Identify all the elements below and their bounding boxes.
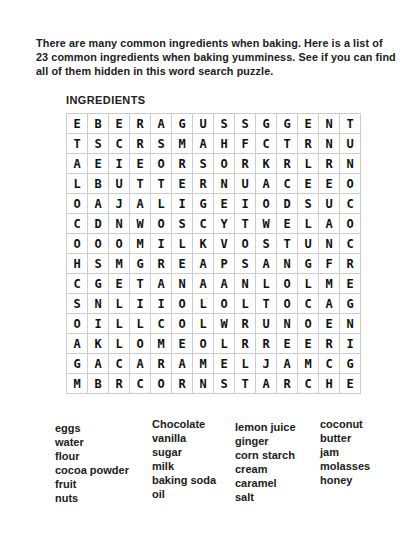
grid-cell[interactable]: N (319, 114, 339, 133)
grid-cell[interactable]: D (277, 194, 297, 213)
grid-cell[interactable]: B (88, 114, 108, 133)
grid-cell[interactable]: G (88, 274, 108, 293)
grid-cell[interactable]: R (151, 254, 171, 273)
grid-cell[interactable]: E (67, 114, 87, 133)
grid-cell[interactable]: E (340, 374, 360, 393)
grid-cell[interactable]: I (151, 294, 171, 313)
grid-cell[interactable]: O (172, 314, 192, 333)
grid-cell[interactable]: L (172, 234, 192, 253)
grid-cell[interactable]: E (340, 274, 360, 293)
grid-cell[interactable]: M (109, 254, 129, 273)
grid-cell[interactable]: O (67, 314, 87, 333)
grid-cell[interactable]: S (172, 214, 192, 233)
grid-cell[interactable]: M (172, 134, 192, 153)
grid-cell[interactable]: L (298, 154, 318, 173)
grid-cell[interactable]: M (319, 274, 339, 293)
grid-cell[interactable]: O (193, 334, 213, 353)
grid-cell[interactable]: L (193, 314, 213, 333)
grid-cell[interactable]: J (256, 354, 276, 373)
word-item: baking soda (152, 473, 216, 487)
grid-cell[interactable]: A (193, 274, 213, 293)
grid-cell[interactable]: N (88, 294, 108, 313)
grid-cell[interactable]: C (193, 214, 213, 233)
word-item: Chocolate (152, 417, 216, 431)
grid-cell[interactable]: O (67, 194, 87, 213)
grid-cell[interactable]: S (214, 114, 234, 133)
grid-cell[interactable]: C (277, 174, 297, 193)
grid-cell[interactable]: R (235, 154, 255, 173)
grid-cell[interactable]: R (172, 374, 192, 393)
grid-cell[interactable]: V (214, 234, 234, 253)
grid-cell[interactable]: A (88, 194, 108, 213)
grid-cell[interactable]: U (256, 314, 276, 333)
grid-cell[interactable]: I (340, 334, 360, 353)
grid-cell[interactable]: G (298, 254, 318, 273)
grid-cell[interactable]: T (67, 134, 87, 153)
grid-cell[interactable]: H (67, 254, 87, 273)
grid-cell[interactable]: T (277, 234, 297, 253)
grid-cell[interactable]: T (277, 134, 297, 153)
grid-cell[interactable]: A (319, 294, 339, 313)
grid-cell[interactable]: M (130, 234, 150, 253)
grid-cell[interactable]: L (193, 294, 213, 313)
grid-cell[interactable]: S (298, 194, 318, 213)
grid-cell[interactable]: G (172, 114, 192, 133)
grid-cell[interactable]: L (151, 194, 171, 213)
grid-cell[interactable]: R (298, 134, 318, 153)
grid-cell[interactable]: C (130, 374, 150, 393)
grid-cell[interactable]: N (193, 374, 213, 393)
word-item: butter (320, 431, 370, 445)
intro-line: 23 common ingredients when baking yummin… (36, 50, 396, 64)
grid-cell[interactable]: A (88, 354, 108, 373)
grid-cell[interactable]: E (298, 174, 318, 193)
grid-cell[interactable]: O (130, 334, 150, 353)
grid-cell[interactable]: O (277, 294, 297, 313)
grid-cell[interactable]: R (340, 254, 360, 273)
grid-cell[interactable]: A (67, 334, 87, 353)
grid-cell[interactable]: I (151, 234, 171, 253)
intro-line: There are many common ingredients when b… (36, 36, 396, 50)
grid-cell[interactable]: E (298, 334, 318, 353)
grid-cell[interactable]: E (319, 314, 339, 333)
grid-cell[interactable]: N (277, 254, 297, 273)
word-list-column-1: eggswaterflourcocoa powderfruitnuts (55, 421, 129, 505)
grid-cell[interactable]: C (298, 294, 318, 313)
grid-cell[interactable]: W (256, 214, 276, 233)
word-item: vanilla (152, 431, 216, 445)
grid-cell[interactable]: O (109, 234, 129, 253)
grid-cell[interactable]: R (256, 334, 276, 353)
grid-cell[interactable]: R (109, 374, 129, 393)
grid-cell[interactable]: U (193, 114, 213, 133)
grid-cell[interactable]: N (319, 234, 339, 253)
grid-cell[interactable]: K (193, 234, 213, 253)
word-item: coconut (320, 417, 370, 431)
grid-cell[interactable]: A (277, 354, 297, 373)
grid-cell[interactable]: E (130, 154, 150, 173)
grid-cell[interactable]: C (319, 354, 339, 373)
word-list-column-3: lemon juicegingercorn starchcreamcaramel… (235, 420, 296, 504)
grid-cell[interactable]: T (130, 274, 150, 293)
grid-cell[interactable]: N (214, 174, 234, 193)
grid-cell[interactable]: O (340, 174, 360, 193)
grid-cell[interactable]: C (151, 314, 171, 333)
grid-cell[interactable]: L (256, 274, 276, 293)
intro-text: There are many common ingredients when b… (36, 36, 396, 78)
grid-cell[interactable]: G (277, 114, 297, 133)
grid-cell[interactable]: A (256, 254, 276, 273)
grid-cell[interactable]: L (235, 294, 255, 313)
grid-cell[interactable]: F (235, 134, 255, 153)
grid-cell[interactable]: R (277, 374, 297, 393)
word-item: milk (152, 459, 216, 473)
grid-cell[interactable]: H (214, 134, 234, 153)
grid-cell[interactable]: L (109, 294, 129, 313)
grid-cell[interactable]: S (256, 234, 276, 253)
grid-cell[interactable]: K (88, 334, 108, 353)
grid-cell[interactable]: E (277, 214, 297, 233)
grid-cell[interactable]: Y (214, 214, 234, 233)
grid-cell[interactable]: I (109, 154, 129, 173)
grid-cell[interactable]: M (67, 374, 87, 393)
grid-cell[interactable]: E (172, 334, 192, 353)
grid-cell[interactable]: S (193, 154, 213, 173)
grid-cell[interactable]: C (109, 134, 129, 153)
grid-cell[interactable]: R (319, 154, 339, 173)
grid-cell[interactable]: T (340, 114, 360, 133)
grid-cell[interactable]: G (67, 354, 87, 373)
grid-cell[interactable]: I (235, 194, 255, 213)
grid-cell[interactable]: N (109, 214, 129, 233)
grid-cell[interactable]: U (340, 134, 360, 153)
word-item: cream (235, 462, 296, 476)
grid-cell[interactable]: O (214, 294, 234, 313)
grid-cell[interactable]: E (88, 154, 108, 173)
grid-cell[interactable]: E (172, 174, 192, 193)
grid-cell[interactable]: R (172, 154, 192, 173)
grid-cell[interactable]: A (214, 274, 234, 293)
grid-cell[interactable]: W (214, 314, 234, 333)
grid-cell[interactable]: E (277, 334, 297, 353)
grid-cell[interactable]: R (193, 174, 213, 193)
grid-cell[interactable]: A (319, 214, 339, 233)
grid-cell[interactable]: L (298, 274, 318, 293)
grid-cell[interactable]: O (151, 214, 171, 233)
word-item: sugar (152, 445, 216, 459)
word-search-grid: EBERAGUSSGGENTTSCRSMAHFCTRNUAEIEORSORKRL… (66, 113, 361, 394)
grid-cell[interactable]: L (298, 214, 318, 233)
grid-cell[interactable]: L (109, 334, 129, 353)
grid-cell[interactable]: K (256, 154, 276, 173)
grid-cell[interactable]: P (214, 254, 234, 273)
word-item: jam (320, 445, 370, 459)
word-item: cocoa powder (55, 463, 129, 477)
grid-cell[interactable]: S (88, 134, 108, 153)
grid-cell[interactable]: A (130, 354, 150, 373)
grid-cell[interactable]: R (277, 154, 297, 173)
word-item: ginger (235, 434, 296, 448)
grid-cell[interactable]: C (340, 234, 360, 253)
grid-cell[interactable]: A (67, 154, 87, 173)
grid-cell[interactable]: A (151, 114, 171, 133)
grid-cell[interactable]: G (130, 254, 150, 273)
grid-cell[interactable]: M (151, 334, 171, 353)
grid-cell[interactable]: O (256, 194, 276, 213)
grid-cell[interactable]: L (130, 314, 150, 333)
grid-cell[interactable]: A (172, 354, 192, 373)
grid-cell[interactable]: C (67, 214, 87, 233)
word-list-column-2: Chocolatevanillasugarmilkbaking sodaoil (152, 417, 216, 501)
grid-cell[interactable]: C (298, 374, 318, 393)
grid-cell[interactable]: T (151, 174, 171, 193)
grid-cell[interactable]: O (277, 274, 297, 293)
grid-cell[interactable]: D (88, 214, 108, 233)
grid-cell[interactable]: N (172, 274, 192, 293)
grid-cell[interactable]: L (67, 174, 87, 193)
grid-cell[interactable]: R (319, 334, 339, 353)
grid-cell[interactable]: I (172, 194, 192, 213)
grid-cell[interactable]: O (88, 234, 108, 253)
grid-cell[interactable]: N (340, 154, 360, 173)
grid-cell[interactable]: N (319, 134, 339, 153)
grid-cell[interactable]: I (130, 294, 150, 313)
grid-cell[interactable]: L (109, 314, 129, 333)
grid-cell[interactable]: R (130, 114, 150, 133)
word-item: water (55, 435, 129, 449)
grid-cell[interactable]: C (256, 134, 276, 153)
word-item: corn starch (235, 448, 296, 462)
grid-cell[interactable]: R (151, 354, 171, 373)
grid-cell[interactable]: E (109, 274, 129, 293)
grid-cell[interactable]: O (151, 154, 171, 173)
grid-cell[interactable]: O (67, 234, 87, 253)
grid-cell[interactable]: C (67, 274, 87, 293)
grid-cell[interactable]: U (235, 174, 255, 193)
grid-cell[interactable]: R (235, 334, 255, 353)
word-item: honey (320, 473, 370, 487)
grid-cell[interactable]: M (298, 354, 318, 373)
word-item: flour (55, 449, 129, 463)
word-item: caramel (235, 476, 296, 490)
word-item: molasses (320, 459, 370, 473)
grid-cell[interactable]: A (193, 254, 213, 273)
grid-cell[interactable]: N (340, 314, 360, 333)
grid-cell[interactable]: T (130, 174, 150, 193)
word-item: lemon juice (235, 420, 296, 434)
grid-cell[interactable]: W (130, 214, 150, 233)
grid-cell[interactable]: T (256, 294, 276, 313)
grid-cell[interactable]: N (277, 314, 297, 333)
grid-cell[interactable]: O (151, 374, 171, 393)
grid-cell[interactable]: U (298, 234, 318, 253)
grid-cell[interactable]: A (256, 174, 276, 193)
grid-cell[interactable]: G (340, 294, 360, 313)
grid-cell[interactable]: R (235, 314, 255, 333)
grid-cell[interactable]: R (130, 134, 150, 153)
grid-cell[interactable]: S (235, 114, 255, 133)
grid-cell[interactable]: S (235, 254, 255, 273)
word-item: oil (152, 487, 216, 501)
grid-cell[interactable]: S (88, 254, 108, 273)
grid-cell[interactable]: S (214, 374, 234, 393)
grid-cell[interactable]: L (235, 354, 255, 373)
grid-cell[interactable]: C (109, 354, 129, 373)
grid-cell[interactable]: E (319, 174, 339, 193)
grid-cell[interactable]: E (214, 354, 234, 373)
grid-cell[interactable]: S (67, 294, 87, 313)
grid-cell[interactable]: G (256, 114, 276, 133)
word-item: eggs (55, 421, 129, 435)
grid-cell[interactable]: E (298, 114, 318, 133)
grid-cell[interactable]: B (88, 174, 108, 193)
grid-cell[interactable]: E (172, 254, 192, 273)
grid-cell[interactable]: S (151, 134, 171, 153)
grid-cell[interactable]: O (214, 154, 234, 173)
grid-cell[interactable]: T (235, 214, 255, 233)
grid-cell[interactable]: A (151, 274, 171, 293)
grid-cell[interactable]: T (235, 374, 255, 393)
grid-cell[interactable]: O (235, 234, 255, 253)
word-list-column-4: coconutbutterjammolasseshoney (320, 417, 370, 487)
grid-cell[interactable]: O (340, 214, 360, 233)
grid-cell[interactable]: O (298, 314, 318, 333)
word-item: nuts (55, 491, 129, 505)
grid-cell[interactable]: J (109, 194, 129, 213)
grid-cell[interactable]: C (340, 194, 360, 213)
grid-cell[interactable]: G (193, 194, 213, 213)
grid-cell[interactable]: U (319, 194, 339, 213)
grid-cell[interactable]: E (214, 194, 234, 213)
grid-cell[interactable]: M (193, 354, 213, 373)
grid-cell[interactable]: O (172, 294, 192, 313)
grid-cell[interactable]: A (193, 134, 213, 153)
grid-cell[interactable]: E (109, 114, 129, 133)
word-item: fruit (55, 477, 129, 491)
grid-cell[interactable]: A (130, 194, 150, 213)
grid-cell[interactable]: G (340, 354, 360, 373)
grid-cell[interactable]: I (88, 314, 108, 333)
grid-cell[interactable]: U (109, 174, 129, 193)
intro-line: all of them hidden in this word search p… (36, 64, 396, 78)
grid-cell[interactable]: N (235, 274, 255, 293)
grid-cell[interactable]: L (214, 334, 234, 353)
grid-cell[interactable]: B (88, 374, 108, 393)
word-item: salt (235, 490, 296, 504)
grid-cell[interactable]: F (319, 254, 339, 273)
grid-cell[interactable]: A (256, 374, 276, 393)
grid-cell[interactable]: H (319, 374, 339, 393)
ingredients-heading: INGREDIENTS (66, 94, 146, 106)
